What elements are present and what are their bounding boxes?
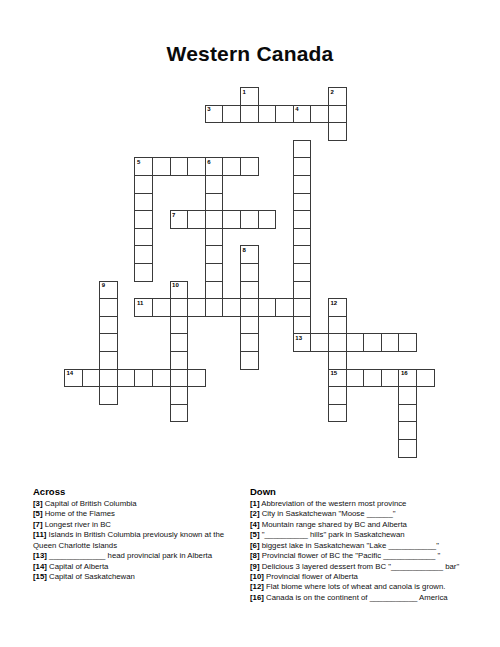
grid-cell[interactable]: 15 (328, 369, 347, 388)
clue-item: [15] Capital of Saskatchewan (33, 572, 248, 582)
grid-cell[interactable] (328, 105, 347, 124)
clue-item: [8] Provincial flower of BC the "Pacific… (250, 551, 482, 561)
grid-cell[interactable] (258, 210, 277, 229)
grid-cell[interactable] (275, 298, 294, 317)
grid-cell[interactable]: 8 (240, 245, 259, 264)
grid-cell[interactable]: 1 (240, 87, 259, 106)
clue-item: [6] biggest lake in Saskatchewan "Lake _… (250, 541, 482, 551)
cell-number: 14 (67, 370, 74, 376)
grid-cell[interactable] (222, 210, 241, 229)
grid-cell[interactable] (134, 245, 153, 264)
clue-item: [12] Flat biome where lots of wheat and … (250, 582, 482, 592)
grid-cell[interactable] (205, 245, 224, 264)
grid-cell[interactable] (293, 210, 312, 229)
cell-number: 12 (331, 300, 338, 306)
across-clue-list: [3] Capital of British Columbia[5] Home … (33, 499, 248, 582)
grid-cell[interactable] (275, 105, 294, 124)
cell-number: 6 (207, 159, 210, 165)
grid-cell[interactable] (205, 193, 224, 212)
clue-number: [7] (33, 520, 43, 529)
grid-cell[interactable] (398, 421, 417, 440)
grid-cell[interactable] (170, 369, 189, 388)
grid-cell[interactable] (328, 351, 347, 370)
grid-cell[interactable] (152, 298, 171, 317)
grid-cell[interactable] (398, 386, 417, 405)
grid-cell[interactable] (398, 439, 417, 458)
grid-cell[interactable] (416, 369, 435, 388)
grid-cell[interactable] (346, 369, 365, 388)
clue-item: [2] City in Saskatchewan "Moose ______" (250, 509, 482, 519)
grid-cell[interactable] (293, 298, 312, 317)
grid-cell[interactable]: 4 (293, 105, 312, 124)
grid-cell[interactable]: 11 (134, 298, 153, 317)
clue-number: [16] (250, 593, 264, 602)
cell-number: 3 (207, 106, 210, 112)
cell-number: 11 (137, 300, 143, 306)
grid-cell[interactable] (170, 386, 189, 405)
clue-number: [6] (250, 541, 260, 550)
across-clues-section: Across [3] Capital of British Columbia[5… (33, 486, 248, 582)
clue-item: [13] _____________ head provincial park … (33, 551, 248, 561)
cell-number: 1 (243, 89, 246, 95)
grid-cell[interactable] (134, 193, 153, 212)
grid-cell[interactable]: 3 (205, 105, 224, 124)
grid-cell[interactable] (293, 228, 312, 247)
grid-cell[interactable] (187, 298, 206, 317)
grid-cell[interactable]: 14 (64, 369, 83, 388)
grid-cell[interactable] (99, 351, 118, 370)
grid-cell[interactable] (328, 386, 347, 405)
grid-cell[interactable] (240, 105, 259, 124)
grid-cell[interactable] (152, 369, 171, 388)
grid-cell[interactable] (240, 333, 259, 352)
crossword-grid: 12345678910111213141516 (64, 87, 436, 459)
down-header: Down (250, 486, 482, 497)
clue-number: [12] (250, 582, 264, 591)
grid-cell[interactable] (205, 175, 224, 194)
grid-cell[interactable] (363, 333, 382, 352)
clue-number: [11] (33, 530, 46, 539)
clue-number: [9] (250, 562, 260, 571)
grid-cell[interactable] (99, 298, 118, 317)
grid-cell[interactable] (398, 333, 417, 352)
grid-cell[interactable] (240, 210, 259, 229)
down-clues-section: Down [1] Abbreviation of the western mos… (250, 486, 482, 603)
grid-cell[interactable] (187, 157, 206, 176)
cell-number: 8 (243, 247, 246, 253)
clue-item: [9] Delicious 3 layered dessert from BC … (250, 562, 482, 572)
grid-cell[interactable] (222, 157, 241, 176)
grid-cell[interactable] (328, 316, 347, 335)
grid-cell[interactable] (134, 228, 153, 247)
clue-item: [5] Home of the Flames (33, 509, 248, 519)
clue-number: [1] (250, 499, 260, 508)
clue-number: [8] (250, 551, 260, 560)
grid-cell[interactable] (82, 369, 101, 388)
grid-cell[interactable] (205, 281, 224, 300)
grid-cell[interactable]: 13 (293, 333, 312, 352)
grid-cell[interactable] (99, 333, 118, 352)
grid-cell[interactable] (293, 245, 312, 264)
clue-number: [2] (250, 509, 260, 518)
grid-cell[interactable] (328, 122, 347, 141)
grid-cell[interactable] (205, 228, 224, 247)
clue-number: [4] (250, 520, 260, 529)
grid-cell[interactable] (293, 316, 312, 335)
grid-cell[interactable] (205, 263, 224, 282)
grid-cell[interactable] (328, 333, 347, 352)
grid-cell[interactable] (134, 369, 153, 388)
grid-cell[interactable] (240, 263, 259, 282)
clue-item: [7] Longest river in BC (33, 520, 248, 530)
grid-cell[interactable]: 6 (205, 157, 224, 176)
grid-cell[interactable] (258, 105, 277, 124)
down-clue-list: [1] Abbreviation of the western most pro… (250, 499, 482, 603)
grid-cell[interactable] (187, 210, 206, 229)
clue-item: [3] Capital of British Columbia (33, 499, 248, 509)
grid-cell[interactable] (187, 369, 206, 388)
grid-cell[interactable] (310, 105, 329, 124)
clue-item: [4] Mountain range shared by BC and Albe… (250, 520, 482, 530)
clue-number: [10] (250, 572, 264, 581)
grid-cell[interactable] (381, 333, 400, 352)
grid-cell[interactable] (117, 369, 136, 388)
cell-number: 13 (295, 335, 302, 341)
grid-cell[interactable] (99, 316, 118, 335)
grid-cell[interactable]: 2 (328, 87, 347, 106)
grid-cell[interactable] (381, 369, 400, 388)
grid-cell[interactable] (170, 351, 189, 370)
grid-cell[interactable] (240, 298, 259, 317)
clue-number: [15] (33, 572, 47, 581)
clue-item: [10] Provincial flower of Alberta (250, 572, 482, 582)
grid-cell[interactable] (293, 263, 312, 282)
grid-cell[interactable] (293, 140, 312, 159)
clue-number: [5] (33, 509, 43, 518)
grid-cell[interactable]: 12 (328, 298, 347, 317)
cell-number: 15 (331, 370, 338, 376)
cell-number: 16 (401, 370, 408, 376)
grid-cell[interactable] (170, 404, 189, 423)
grid-cell[interactable] (134, 210, 153, 229)
puzzle-title: Western Canada (0, 43, 500, 64)
grid-cell[interactable] (293, 193, 312, 212)
clue-item: [16] Canada is on the continent of _____… (250, 593, 482, 603)
grid-cell[interactable]: 10 (170, 281, 189, 300)
grid-cell[interactable]: 16 (398, 369, 417, 388)
grid-cell[interactable] (398, 404, 417, 423)
grid-cell[interactable] (293, 175, 312, 194)
clue-number: [3] (33, 499, 43, 508)
grid-cell[interactable]: 9 (99, 281, 118, 300)
cell-number: 10 (172, 282, 179, 288)
grid-cell[interactable]: 5 (134, 157, 153, 176)
clue-item: [14] Capital of Alberta (33, 562, 248, 572)
grid-cell[interactable] (328, 404, 347, 423)
clue-item: [5] "__________ hills" park in Saskatche… (250, 530, 482, 540)
across-header: Across (33, 486, 248, 497)
grid-cell[interactable] (134, 263, 153, 282)
grid-cell[interactable] (293, 281, 312, 300)
grid-cell[interactable] (240, 157, 259, 176)
grid-cell[interactable] (293, 157, 312, 176)
grid-cell[interactable] (134, 175, 153, 194)
grid-cell[interactable] (222, 298, 241, 317)
cell-number: 5 (137, 159, 140, 165)
grid-cell[interactable] (310, 333, 329, 352)
clue-number: [14] (33, 562, 47, 571)
grid-cell[interactable] (170, 157, 189, 176)
cell-number: 2 (331, 89, 334, 95)
cell-number: 4 (295, 106, 298, 112)
grid-cell[interactable] (363, 369, 382, 388)
grid-cell[interactable] (240, 316, 259, 335)
clue-number: [13] (33, 551, 47, 560)
grid-cell[interactable] (152, 157, 171, 176)
grid-cell[interactable] (205, 298, 224, 317)
grid-cell[interactable] (258, 298, 277, 317)
grid-cell[interactable] (99, 386, 118, 405)
grid-cell[interactable] (240, 351, 259, 370)
clue-item: [11] Islands in British Columbia previou… (33, 530, 248, 551)
grid-cell[interactable]: 7 (170, 210, 189, 229)
cell-number: 7 (172, 212, 175, 218)
grid-cell[interactable] (222, 105, 241, 124)
clue-number: [5] (250, 530, 260, 539)
grid-cell[interactable] (170, 298, 189, 317)
cell-number: 9 (102, 282, 105, 288)
grid-cell[interactable] (346, 333, 365, 352)
grid-cell[interactable] (170, 333, 189, 352)
grid-cell[interactable] (205, 210, 224, 229)
clue-item: [1] Abbreviation of the western most pro… (250, 499, 482, 509)
grid-cell[interactable] (99, 369, 118, 388)
grid-cell[interactable] (240, 281, 259, 300)
grid-cell[interactable] (170, 316, 189, 335)
